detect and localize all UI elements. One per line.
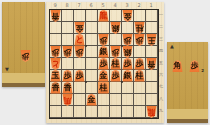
square-f5r7[interactable]: 桂 bbox=[98, 82, 110, 94]
square-f7r7[interactable] bbox=[74, 82, 86, 94]
sente-piece-歩[interactable]: 歩 bbox=[74, 70, 85, 82]
gote-piece-王[interactable]: 王 bbox=[146, 34, 157, 46]
square-f1r5[interactable]: 香 bbox=[146, 58, 158, 70]
sente-piece-桂[interactable]: 桂 bbox=[98, 82, 109, 94]
file-label-4: 4 bbox=[109, 2, 121, 9]
square-f5r1[interactable]: 龍 bbox=[98, 10, 110, 22]
square-f9r2[interactable] bbox=[50, 22, 62, 34]
square-f3r1[interactable]: 金 bbox=[122, 10, 134, 22]
star-point-icon bbox=[121, 45, 123, 47]
square-f4r9[interactable] bbox=[110, 106, 122, 118]
gote-piece-歩[interactable]: 歩 bbox=[122, 34, 133, 46]
sente-piece-銀[interactable]: 銀 bbox=[98, 46, 109, 58]
square-f7r8[interactable] bbox=[74, 94, 86, 106]
board-grid: 香龍金金銀桂と歩歩歩王歩歩歩銀歩銀と歩桂歩歩香玉歩歩金歩銀桂香香桂馬金龍 bbox=[49, 9, 159, 119]
square-f2r3[interactable]: 歩 bbox=[134, 34, 146, 46]
square-f6r7[interactable] bbox=[86, 82, 98, 94]
square-f1r2[interactable] bbox=[146, 22, 158, 34]
gote-piece-香[interactable]: 香 bbox=[146, 58, 157, 70]
square-f2r2[interactable]: 桂 bbox=[134, 22, 146, 34]
square-f6r4[interactable] bbox=[86, 46, 98, 58]
square-f8r4[interactable]: 歩 bbox=[62, 46, 74, 58]
square-f7r3[interactable]: と bbox=[74, 34, 86, 46]
square-f2r7[interactable] bbox=[134, 82, 146, 94]
gote-piece-歩[interactable]: 歩 bbox=[134, 34, 145, 46]
sente-hand-piece-角[interactable]: 角 bbox=[172, 60, 183, 72]
sente-piece-香[interactable]: 香 bbox=[62, 82, 73, 94]
file-label-3: 3 bbox=[121, 2, 133, 9]
star-point-icon bbox=[121, 81, 123, 83]
sente-piece-歩[interactable]: 歩 bbox=[122, 58, 133, 70]
rank-label-9: 九 bbox=[158, 105, 164, 117]
gote-marker-icon: ▼ bbox=[5, 67, 9, 72]
sente-piece-角[interactable]: 角 bbox=[172, 60, 183, 72]
sente-piece-銀[interactable]: 銀 bbox=[122, 70, 133, 82]
square-f2r6[interactable]: 桂 bbox=[134, 70, 146, 82]
gote-piece-歩[interactable]: 歩 bbox=[50, 46, 61, 58]
sente-piece-歩[interactable]: 歩 bbox=[62, 70, 73, 82]
square-f1r4[interactable] bbox=[146, 46, 158, 58]
rank-label-1: 一 bbox=[158, 9, 164, 21]
square-f6r9[interactable] bbox=[86, 106, 98, 118]
gote-piece-桂[interactable]: 桂 bbox=[134, 22, 145, 34]
gote-piece-金[interactable]: 金 bbox=[122, 10, 133, 22]
gote-hand-tray: 歩 ▼ bbox=[2, 2, 45, 87]
sente-piece-桂[interactable]: 桂 bbox=[110, 58, 121, 70]
rank-labels: 一二三四五六七八九 bbox=[158, 9, 164, 117]
gote-tray-shadow bbox=[2, 83, 45, 87]
star-point-icon bbox=[85, 81, 87, 83]
sente-piece-歩[interactable]: 歩 bbox=[98, 58, 109, 70]
square-f6r6[interactable] bbox=[86, 70, 98, 82]
file-label-1: 1 bbox=[145, 2, 157, 9]
sente-tray-edge bbox=[167, 109, 208, 119]
gote-piece-香[interactable]: 香 bbox=[50, 10, 61, 22]
square-f3r3[interactable]: 歩 bbox=[122, 34, 134, 46]
square-f5r8[interactable] bbox=[98, 94, 110, 106]
gote-piece-歩[interactable]: 歩 bbox=[62, 46, 73, 58]
square-f7r1[interactable] bbox=[74, 10, 86, 22]
square-f8r3[interactable] bbox=[62, 34, 74, 46]
square-f2r5[interactable]: 歩 bbox=[134, 58, 146, 70]
rank-label-6: 六 bbox=[158, 69, 164, 81]
square-f4r4[interactable]: 歩 bbox=[110, 46, 122, 58]
square-f9r6[interactable]: 玉 bbox=[50, 70, 62, 82]
square-f8r7[interactable]: 香 bbox=[62, 82, 74, 94]
gote-piece-銀[interactable]: 銀 bbox=[122, 46, 133, 58]
sente-hand-count: 2 bbox=[201, 69, 204, 73]
file-label-7: 7 bbox=[73, 2, 85, 9]
file-label-5: 5 bbox=[97, 2, 109, 9]
gote-hand-pieces: 歩 bbox=[20, 50, 31, 62]
rank-label-3: 三 bbox=[158, 33, 164, 45]
square-f9r1[interactable]: 香 bbox=[50, 10, 62, 22]
square-f2r4[interactable] bbox=[134, 46, 146, 58]
sente-piece-玉[interactable]: 玉 bbox=[50, 70, 61, 82]
square-f2r1[interactable] bbox=[134, 10, 146, 22]
file-label-8: 8 bbox=[61, 2, 73, 9]
square-f5r4[interactable]: 銀 bbox=[98, 46, 110, 58]
square-f8r8[interactable]: 馬 bbox=[62, 94, 74, 106]
rank-label-5: 五 bbox=[158, 57, 164, 69]
square-f9r3[interactable] bbox=[50, 34, 62, 46]
gote-piece-歩[interactable]: 歩 bbox=[74, 46, 85, 58]
sente-piece-と[interactable]: と bbox=[74, 34, 85, 46]
square-f2r9[interactable] bbox=[134, 106, 146, 118]
square-f5r3[interactable]: 歩 bbox=[98, 34, 110, 46]
gote-piece-歩[interactable]: 歩 bbox=[98, 34, 109, 46]
square-f1r3[interactable]: 王 bbox=[146, 34, 158, 46]
square-f9r5[interactable]: と bbox=[50, 58, 62, 70]
square-f9r9[interactable] bbox=[50, 106, 62, 118]
gote-piece-銀[interactable]: 銀 bbox=[110, 22, 121, 34]
square-f1r9[interactable]: 龍 bbox=[146, 106, 158, 118]
gote-piece-歩[interactable]: 歩 bbox=[110, 46, 121, 58]
square-f4r6[interactable]: 歩 bbox=[110, 70, 122, 82]
square-f7r2[interactable]: 金 bbox=[74, 22, 86, 34]
sente-tray-shadow bbox=[167, 119, 208, 123]
file-label-6: 6 bbox=[85, 2, 97, 9]
square-f5r2[interactable] bbox=[98, 22, 110, 34]
gote-piece-馬[interactable]: 馬 bbox=[62, 94, 73, 106]
gote-piece-歩[interactable]: 歩 bbox=[20, 50, 31, 62]
square-f6r2[interactable] bbox=[86, 22, 98, 34]
square-f6r3[interactable] bbox=[86, 34, 98, 46]
sente-hand-area: 角歩2 bbox=[167, 42, 208, 109]
rank-label-8: 八 bbox=[158, 93, 164, 105]
square-f4r1[interactable] bbox=[110, 10, 122, 22]
shogi-app: 歩 ▼ 987654321 香龍金金銀桂と歩歩歩王歩歩歩銀歩銀と歩桂歩歩香玉歩歩… bbox=[0, 0, 210, 125]
square-f4r7[interactable] bbox=[110, 82, 122, 94]
gote-hand-piece-歩[interactable]: 歩 bbox=[20, 50, 31, 62]
square-f1r6[interactable] bbox=[146, 70, 158, 82]
square-f5r9[interactable] bbox=[98, 106, 110, 118]
square-f3r2[interactable] bbox=[122, 22, 134, 34]
square-f7r6[interactable]: 歩 bbox=[74, 70, 86, 82]
square-f4r2[interactable]: 銀 bbox=[110, 22, 122, 34]
square-f6r8[interactable]: 金 bbox=[86, 94, 98, 106]
sente-piece-金[interactable]: 金 bbox=[98, 70, 109, 82]
square-f9r8[interactable] bbox=[50, 94, 62, 106]
rank-label-7: 七 bbox=[158, 81, 164, 93]
square-f5r6[interactable]: 金 bbox=[98, 70, 110, 82]
sente-piece-龍[interactable]: 龍 bbox=[98, 10, 109, 22]
file-labels: 987654321 bbox=[49, 2, 157, 9]
square-f3r5[interactable]: 歩 bbox=[122, 58, 134, 70]
square-f9r7[interactable]: 香 bbox=[50, 82, 62, 94]
square-f8r9[interactable] bbox=[62, 106, 74, 118]
sente-piece-歩[interactable]: 歩 bbox=[189, 60, 200, 72]
square-f3r7[interactable] bbox=[122, 82, 134, 94]
shogi-board-panel: 987654321 香龍金金銀桂と歩歩歩王歩歩歩銀歩銀と歩桂歩歩香玉歩歩金歩銀桂… bbox=[46, 2, 164, 123]
sente-piece-香[interactable]: 香 bbox=[50, 82, 61, 94]
square-f6r5[interactable] bbox=[86, 58, 98, 70]
square-f7r5[interactable] bbox=[74, 58, 86, 70]
sente-piece-金[interactable]: 金 bbox=[86, 94, 97, 106]
square-f3r9[interactable] bbox=[122, 106, 134, 118]
sente-piece-歩[interactable]: 歩 bbox=[134, 58, 145, 70]
rank-label-2: 二 bbox=[158, 21, 164, 33]
square-f7r9[interactable] bbox=[74, 106, 86, 118]
sente-piece-歩[interactable]: 歩 bbox=[110, 70, 121, 82]
rank-label-4: 四 bbox=[158, 45, 164, 57]
gote-tray-edge bbox=[2, 73, 45, 83]
gote-piece-と[interactable]: と bbox=[50, 58, 61, 70]
square-f1r1[interactable] bbox=[146, 10, 158, 22]
square-f4r5[interactable]: 桂 bbox=[110, 58, 122, 70]
square-f6r1[interactable] bbox=[86, 10, 98, 22]
square-f3r6[interactable]: 銀 bbox=[122, 70, 134, 82]
square-f3r8[interactable] bbox=[122, 94, 134, 106]
square-f5r5[interactable]: 歩 bbox=[98, 58, 110, 70]
gote-piece-龍[interactable]: 龍 bbox=[146, 106, 157, 118]
square-f8r6[interactable]: 歩 bbox=[62, 70, 74, 82]
sente-hand-tray: ▲ 角歩2 bbox=[167, 42, 208, 123]
square-f4r3[interactable] bbox=[110, 34, 122, 46]
sente-hand-pieces: 角歩2 bbox=[172, 60, 200, 72]
sente-piece-桂[interactable]: 桂 bbox=[134, 70, 145, 82]
square-f4r8[interactable] bbox=[110, 94, 122, 106]
sente-hand-piece-歩[interactable]: 歩2 bbox=[189, 60, 200, 72]
file-label-9: 9 bbox=[49, 2, 61, 9]
square-f8r5[interactable] bbox=[62, 58, 74, 70]
square-f7r4[interactable]: 歩 bbox=[74, 46, 86, 58]
star-point-icon bbox=[85, 45, 87, 47]
gote-hand-area: 歩 bbox=[2, 2, 45, 73]
square-f1r8[interactable] bbox=[146, 94, 158, 106]
square-f2r8[interactable] bbox=[134, 94, 146, 106]
square-f8r1[interactable] bbox=[62, 10, 74, 22]
file-label-2: 2 bbox=[133, 2, 145, 9]
gote-piece-金[interactable]: 金 bbox=[74, 22, 85, 34]
square-f3r4[interactable]: 銀 bbox=[122, 46, 134, 58]
square-f8r2[interactable] bbox=[62, 22, 74, 34]
square-f9r4[interactable]: 歩 bbox=[50, 46, 62, 58]
square-f1r7[interactable] bbox=[146, 82, 158, 94]
